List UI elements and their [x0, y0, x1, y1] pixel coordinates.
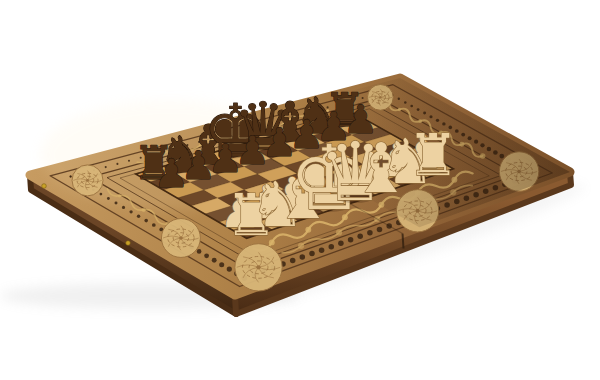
border-bead: [329, 244, 335, 250]
floral-leaf-dot: [118, 194, 122, 198]
border-bead: [212, 258, 217, 263]
border-bead: [357, 234, 363, 240]
brass-pin: [42, 184, 47, 189]
border-bead: [144, 219, 148, 223]
border-bead: [122, 206, 125, 209]
border-bead: [377, 227, 383, 233]
border-bead: [116, 163, 118, 165]
rosette-center: [86, 179, 89, 182]
border-bead: [105, 166, 107, 168]
border-bead: [197, 249, 202, 254]
border-bead: [338, 240, 344, 246]
border-bead: [128, 160, 130, 162]
border-bead: [107, 197, 110, 200]
border-bead: [129, 210, 132, 213]
border-bead: [227, 266, 232, 271]
rosette-center: [256, 265, 260, 269]
floral-leaf-dot: [142, 208, 146, 212]
border-bead: [348, 237, 354, 243]
product-photo-scene: ♜♞♝♚♛♝♞♜♟♟♟♟♟♟♟♟♟♟♟♟♟♟♟♟♜♞♝♚♛♝♞♜: [0, 0, 600, 380]
chess-board-photo: ♜♞♝♚♛♝♞♜♟♟♟♟♟♟♟♟♟♟♟♟♟♟♟♟♜♞♝♚♛♝♞♜: [0, 0, 600, 380]
border-bead: [309, 251, 315, 257]
border-bead: [290, 258, 296, 264]
border-bead: [100, 193, 103, 196]
floral-leaf-dot: [336, 229, 342, 235]
border-bead: [137, 214, 140, 217]
border-bead: [115, 201, 118, 204]
border-bead: [204, 253, 209, 258]
border-bead: [319, 247, 325, 253]
floral-leaf-dot: [298, 243, 304, 249]
border-bead: [300, 254, 306, 260]
fold-seam-edge-notch: [403, 234, 404, 249]
border-bead: [70, 175, 72, 177]
border-bead: [219, 262, 224, 267]
piece-white-rook-a1: ♜: [407, 121, 459, 189]
rosette-center: [179, 236, 182, 239]
border-bead: [367, 230, 373, 236]
brass-pin: [126, 241, 131, 246]
border-bead: [152, 223, 156, 227]
